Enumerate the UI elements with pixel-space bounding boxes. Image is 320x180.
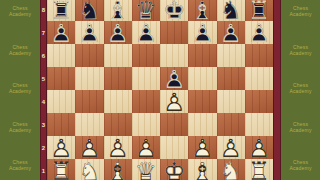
square-h7[interactable]: ♟♙ bbox=[245, 21, 273, 44]
square-d6[interactable] bbox=[132, 44, 160, 67]
watermark-line2: Academy bbox=[281, 50, 320, 56]
rank-label-5: 5 bbox=[40, 67, 47, 90]
watermark: Chess Academy bbox=[0, 121, 40, 133]
piece-white-pawn[interactable]: ♟♙ bbox=[132, 136, 160, 159]
piece-white-pawn[interactable]: ♟♙ bbox=[217, 136, 245, 159]
rank-label-1: 1 bbox=[40, 159, 47, 180]
piece-black-rook[interactable]: ♜♖ bbox=[245, 0, 273, 21]
pawn-glyph-outline: ♙ bbox=[75, 136, 103, 159]
square-d2[interactable]: ♟♙ bbox=[132, 136, 160, 159]
square-b3[interactable] bbox=[75, 113, 103, 136]
watermark: Chess Academy bbox=[0, 44, 40, 56]
piece-black-knight[interactable]: ♞♘ bbox=[75, 0, 103, 21]
pawn-glyph-outline: ♙ bbox=[245, 136, 273, 159]
square-b6[interactable] bbox=[75, 44, 103, 67]
square-b1[interactable]: ♞♘ bbox=[75, 159, 103, 180]
square-c6[interactable] bbox=[104, 44, 132, 67]
square-b2[interactable]: ♟♙ bbox=[75, 136, 103, 159]
square-e3[interactable] bbox=[160, 113, 188, 136]
watermark-line2: Academy bbox=[281, 127, 320, 133]
pawn-glyph-outline: ♙ bbox=[188, 136, 216, 159]
pawn-glyph-outline: ♙ bbox=[104, 136, 132, 159]
square-f7[interactable]: ♟♙ bbox=[188, 21, 216, 44]
piece-black-pawn[interactable]: ♟♙ bbox=[217, 21, 245, 44]
square-h8[interactable]: ♜♖ bbox=[245, 0, 273, 21]
rook-glyph-outline: ♖ bbox=[47, 159, 75, 180]
square-g8[interactable]: ♞♘ bbox=[217, 0, 245, 21]
piece-white-king[interactable]: ♚♔ bbox=[160, 159, 188, 180]
pawn-glyph-outline: ♙ bbox=[47, 21, 75, 44]
piece-black-pawn[interactable]: ♟♙ bbox=[47, 21, 75, 44]
pawn-glyph-outline: ♙ bbox=[75, 21, 103, 44]
knight-glyph-outline: ♘ bbox=[75, 159, 103, 180]
pawn-glyph-outline: ♙ bbox=[160, 67, 188, 90]
square-g7[interactable]: ♟♙ bbox=[217, 21, 245, 44]
pawn-glyph-outline: ♙ bbox=[160, 90, 188, 113]
square-c4[interactable] bbox=[104, 90, 132, 113]
watermark-line2: Academy bbox=[281, 165, 320, 171]
square-c5[interactable] bbox=[104, 67, 132, 90]
video-frame: Chess Academy Chess Academy Chess Academ… bbox=[0, 0, 320, 180]
square-e7[interactable] bbox=[160, 21, 188, 44]
square-c8[interactable]: ♝♗ bbox=[104, 0, 132, 21]
piece-white-knight[interactable]: ♞♘ bbox=[217, 159, 245, 180]
watermark: Chess Academy bbox=[0, 82, 40, 94]
pawn-glyph-outline: ♙ bbox=[104, 21, 132, 44]
square-a5[interactable] bbox=[47, 67, 75, 90]
square-d4[interactable] bbox=[132, 90, 160, 113]
square-f8[interactable]: ♝♗ bbox=[188, 0, 216, 21]
piece-white-pawn[interactable]: ♟♙ bbox=[47, 136, 75, 159]
square-b7[interactable]: ♟♙ bbox=[75, 21, 103, 44]
square-h6[interactable] bbox=[245, 44, 273, 67]
square-e6[interactable] bbox=[160, 44, 188, 67]
square-d7[interactable]: ♟♙ bbox=[132, 21, 160, 44]
square-f3[interactable] bbox=[188, 113, 216, 136]
square-g6[interactable] bbox=[217, 44, 245, 67]
square-e2[interactable] bbox=[160, 136, 188, 159]
square-d3[interactable] bbox=[132, 113, 160, 136]
square-b8[interactable]: ♞♘ bbox=[75, 0, 103, 21]
square-d8[interactable]: ♛♕ bbox=[132, 0, 160, 21]
square-d5[interactable] bbox=[132, 67, 160, 90]
watermark-line2: Academy bbox=[0, 50, 40, 56]
square-e4[interactable]: ♟♙ bbox=[160, 90, 188, 113]
rook-glyph-outline: ♖ bbox=[245, 159, 273, 180]
rank-label-6: 6 bbox=[40, 44, 47, 67]
square-g2[interactable]: ♟♙ bbox=[217, 136, 245, 159]
right-banner: Chess Academy Chess Academy Chess Academ… bbox=[281, 0, 320, 180]
chess-board[interactable]: ♜♖♞♘♝♗♛♕♚♔♝♗♞♘♜♖♟♙♟♙♟♙♟♙♟♙♟♙♟♙♟♙♟♙♟♙♟♙♟♙… bbox=[47, 0, 273, 180]
piece-black-knight[interactable]: ♞♘ bbox=[217, 0, 245, 21]
rank-strip-left: 87654321 bbox=[40, 0, 47, 180]
piece-black-rook[interactable]: ♜♖ bbox=[47, 0, 75, 21]
bishop-glyph-outline: ♗ bbox=[188, 0, 216, 21]
pawn-glyph-outline: ♙ bbox=[217, 136, 245, 159]
queen-glyph-outline: ♕ bbox=[132, 159, 160, 180]
piece-black-queen[interactable]: ♛♕ bbox=[132, 0, 160, 21]
piece-white-pawn[interactable]: ♟♙ bbox=[75, 136, 103, 159]
rank-label-3: 3 bbox=[40, 113, 47, 136]
square-b4[interactable] bbox=[75, 90, 103, 113]
queen-glyph-outline: ♕ bbox=[132, 0, 160, 21]
square-g3[interactable] bbox=[217, 113, 245, 136]
square-b5[interactable] bbox=[75, 67, 103, 90]
watermark: Chess Academy bbox=[0, 159, 40, 171]
square-d1[interactable]: ♛♕ bbox=[132, 159, 160, 180]
square-a3[interactable] bbox=[47, 113, 75, 136]
piece-black-bishop[interactable]: ♝♗ bbox=[188, 0, 216, 21]
king-glyph-outline: ♔ bbox=[160, 0, 188, 21]
watermark: Chess Academy bbox=[281, 44, 320, 56]
bishop-glyph-outline: ♗ bbox=[104, 159, 132, 180]
square-a4[interactable] bbox=[47, 90, 75, 113]
rank-label-7: 7 bbox=[40, 21, 47, 44]
piece-black-pawn[interactable]: ♟♙ bbox=[160, 67, 188, 90]
square-c3[interactable] bbox=[104, 113, 132, 136]
bishop-glyph-outline: ♗ bbox=[188, 159, 216, 180]
square-f6[interactable] bbox=[188, 44, 216, 67]
watermark-line2: Academy bbox=[0, 165, 40, 171]
square-a2[interactable]: ♟♙ bbox=[47, 136, 75, 159]
watermark: Chess Academy bbox=[0, 5, 40, 17]
piece-black-bishop[interactable]: ♝♗ bbox=[104, 0, 132, 21]
piece-white-pawn[interactable]: ♟♙ bbox=[104, 136, 132, 159]
piece-black-pawn[interactable]: ♟♙ bbox=[132, 21, 160, 44]
square-e8[interactable]: ♚♔ bbox=[160, 0, 188, 21]
square-f2[interactable]: ♟♙ bbox=[188, 136, 216, 159]
piece-black-pawn[interactable]: ♟♙ bbox=[75, 21, 103, 44]
square-a7[interactable]: ♟♙ bbox=[47, 21, 75, 44]
piece-white-pawn[interactable]: ♟♙ bbox=[188, 136, 216, 159]
piece-white-bishop[interactable]: ♝♗ bbox=[188, 159, 216, 180]
piece-white-pawn[interactable]: ♟♙ bbox=[245, 136, 273, 159]
watermark-line2: Academy bbox=[0, 127, 40, 133]
square-g1[interactable]: ♞♘ bbox=[217, 159, 245, 180]
square-g5[interactable] bbox=[217, 67, 245, 90]
square-g4[interactable] bbox=[217, 90, 245, 113]
piece-white-knight[interactable]: ♞♘ bbox=[75, 159, 103, 180]
piece-white-rook[interactable]: ♜♖ bbox=[47, 159, 75, 180]
piece-white-pawn[interactable]: ♟♙ bbox=[160, 90, 188, 113]
piece-black-king[interactable]: ♚♔ bbox=[160, 0, 188, 21]
watermark: Chess Academy bbox=[281, 5, 320, 17]
rank-label-2: 2 bbox=[40, 136, 47, 159]
bishop-glyph-outline: ♗ bbox=[104, 0, 132, 21]
piece-black-pawn[interactable]: ♟♙ bbox=[245, 21, 273, 44]
square-c7[interactable]: ♟♙ bbox=[104, 21, 132, 44]
piece-white-queen[interactable]: ♛♕ bbox=[132, 159, 160, 180]
pawn-glyph-outline: ♙ bbox=[47, 136, 75, 159]
square-a6[interactable] bbox=[47, 44, 75, 67]
knight-glyph-outline: ♘ bbox=[217, 159, 245, 180]
knight-glyph-outline: ♘ bbox=[75, 0, 103, 21]
square-c1[interactable]: ♝♗ bbox=[104, 159, 132, 180]
square-e5[interactable]: ♟♙ bbox=[160, 67, 188, 90]
watermark: Chess Academy bbox=[281, 82, 320, 94]
square-h4[interactable] bbox=[245, 90, 273, 113]
pawn-glyph-outline: ♙ bbox=[188, 21, 216, 44]
watermark-line2: Academy bbox=[281, 88, 320, 94]
square-h1[interactable]: ♜♖ bbox=[245, 159, 273, 180]
rook-glyph-outline: ♖ bbox=[47, 0, 75, 21]
piece-white-bishop[interactable]: ♝♗ bbox=[104, 159, 132, 180]
watermark-line2: Academy bbox=[0, 88, 40, 94]
knight-glyph-outline: ♘ bbox=[217, 0, 245, 21]
piece-black-pawn[interactable]: ♟♙ bbox=[104, 21, 132, 44]
rank-labels: 87654321 bbox=[40, 0, 47, 180]
square-h3[interactable] bbox=[245, 113, 273, 136]
rank-label-8: 8 bbox=[40, 0, 47, 21]
square-c2[interactable]: ♟♙ bbox=[104, 136, 132, 159]
watermark: Chess Academy bbox=[281, 159, 320, 171]
square-a1[interactable]: ♜♖ bbox=[47, 159, 75, 180]
square-f4[interactable] bbox=[188, 90, 216, 113]
watermark: Chess Academy bbox=[281, 121, 320, 133]
rank-strip-right bbox=[273, 0, 281, 180]
square-h5[interactable] bbox=[245, 67, 273, 90]
watermark-line2: Academy bbox=[0, 11, 40, 17]
square-e1[interactable]: ♚♔ bbox=[160, 159, 188, 180]
rank-label-4: 4 bbox=[40, 90, 47, 113]
piece-black-pawn[interactable]: ♟♙ bbox=[188, 21, 216, 44]
piece-white-rook[interactable]: ♜♖ bbox=[245, 159, 273, 180]
square-a8[interactable]: ♜♖ bbox=[47, 0, 75, 21]
pawn-glyph-outline: ♙ bbox=[217, 21, 245, 44]
pawn-glyph-outline: ♙ bbox=[245, 21, 273, 44]
watermark-line2: Academy bbox=[281, 11, 320, 17]
square-f5[interactable] bbox=[188, 67, 216, 90]
rook-glyph-outline: ♖ bbox=[245, 0, 273, 21]
pawn-glyph-outline: ♙ bbox=[132, 21, 160, 44]
king-glyph-outline: ♔ bbox=[160, 159, 188, 180]
square-f1[interactable]: ♝♗ bbox=[188, 159, 216, 180]
pawn-glyph-outline: ♙ bbox=[132, 136, 160, 159]
left-banner: Chess Academy Chess Academy Chess Academ… bbox=[0, 0, 40, 180]
square-h2[interactable]: ♟♙ bbox=[245, 136, 273, 159]
